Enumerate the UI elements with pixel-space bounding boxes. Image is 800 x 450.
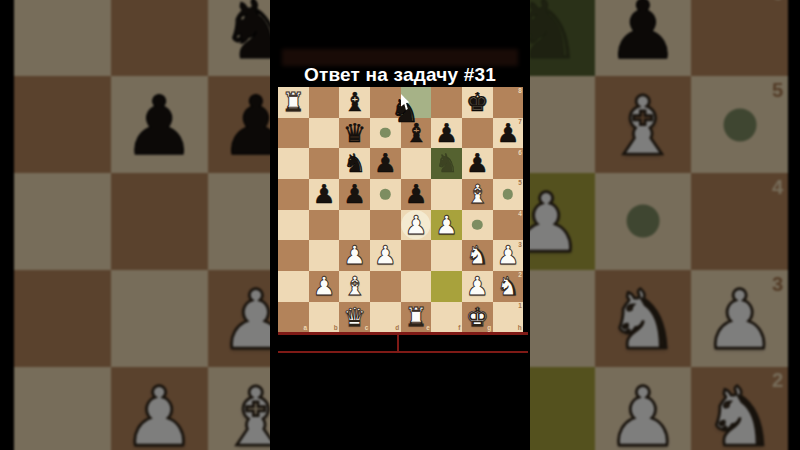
coord-rank-3: 3	[518, 242, 522, 248]
square-h6: 6	[691, 0, 788, 76]
coord-rank-4: 4	[518, 211, 522, 217]
white-pawn-f4[interactable]: ♟	[431, 210, 462, 241]
square-h5: 5	[691, 76, 788, 173]
coord-rank-4: 4	[772, 177, 783, 197]
black-pawn-g6: ♟	[595, 0, 692, 76]
coord-rank-5: 5	[518, 180, 522, 186]
coord-rank-3: 3	[772, 274, 783, 294]
square-g6: ♟	[595, 0, 692, 76]
square-h2[interactable]: ♞2	[493, 271, 524, 302]
white-pawn-d3[interactable]: ♟	[370, 240, 401, 271]
square-c5[interactable]: ♟	[339, 179, 370, 210]
square-b2: ♟	[111, 367, 208, 450]
square-a2[interactable]	[278, 271, 309, 302]
square-a7[interactable]	[278, 118, 309, 149]
coord-rank-1: 1	[518, 303, 522, 309]
move-dot-d7[interactable]	[380, 128, 390, 138]
square-c8[interactable]: ♝	[339, 87, 370, 118]
ghost-black-knight-f6[interactable]: ♞	[431, 148, 462, 179]
square-g5[interactable]: ♝	[462, 179, 493, 210]
black-king-g8[interactable]: ♚	[462, 87, 493, 118]
square-b4[interactable]	[309, 210, 340, 241]
square-d1[interactable]: d	[370, 302, 401, 333]
black-queen-c7[interactable]: ♛	[339, 118, 370, 149]
square-d3[interactable]: ♟	[370, 240, 401, 271]
square-a5	[14, 76, 111, 173]
square-f7[interactable]: ♟	[431, 118, 462, 149]
square-b3[interactable]	[309, 240, 340, 271]
coord-file-d: d	[395, 325, 399, 331]
square-c6[interactable]: ♞	[339, 148, 370, 179]
square-a4	[14, 173, 111, 270]
square-b7[interactable]	[309, 118, 340, 149]
black-pawn-d6[interactable]: ♟	[370, 148, 401, 179]
coord-rank-2: 2	[518, 272, 522, 278]
coord-file-e: e	[426, 325, 430, 331]
coord-rank-2: 2	[772, 370, 783, 390]
white-rook-a8[interactable]: ♜	[278, 87, 309, 118]
white-pawn-e4[interactable]: ♟	[401, 210, 432, 241]
square-h7[interactable]: ♟7	[493, 118, 524, 149]
square-h5[interactable]: 5	[493, 179, 524, 210]
square-a6[interactable]	[278, 148, 309, 179]
video-title: Ответ на задачу #31	[270, 64, 530, 86]
white-knight-g3[interactable]: ♞	[462, 240, 493, 271]
square-g1[interactable]: ♚g	[462, 302, 493, 333]
coord-rank-8: 8	[518, 88, 522, 94]
black-knight-c6[interactable]: ♞	[339, 148, 370, 179]
square-d4[interactable]	[370, 210, 401, 241]
black-bishop-c8[interactable]: ♝	[339, 87, 370, 118]
white-bishop-c2[interactable]: ♝	[339, 271, 370, 302]
move-dot-d5[interactable]	[380, 189, 390, 199]
black-pawn-c5[interactable]: ♟	[339, 179, 370, 210]
square-h4[interactable]: 4	[493, 210, 524, 241]
black-pawn-e5[interactable]: ♟	[401, 179, 432, 210]
black-pawn-b5[interactable]: ♟	[309, 179, 340, 210]
coord-rank-5: 5	[772, 80, 783, 100]
square-e4[interactable]: ♟	[401, 210, 432, 241]
square-h6[interactable]: 6	[493, 148, 524, 179]
white-knight-g3: ♞	[595, 270, 692, 367]
square-f2[interactable]	[431, 271, 462, 302]
white-pawn-b2: ♟	[111, 367, 208, 450]
square-c4[interactable]	[339, 210, 370, 241]
square-b3	[111, 270, 208, 367]
square-a6	[14, 0, 111, 76]
square-g2: ♟	[595, 367, 692, 450]
video-strip: Ответ на задачу #31 ♜♝♚8♛♝♟♟7♞♟♞♟6♟♟♟♝5♟…	[270, 0, 530, 450]
square-g2[interactable]: ♟	[462, 271, 493, 302]
square-g3: ♞	[595, 270, 692, 367]
coord-file-c: c	[365, 325, 369, 331]
square-f1[interactable]: f	[431, 302, 462, 333]
square-f6[interactable]: ♞	[431, 148, 462, 179]
black-pawn-g6[interactable]: ♟	[462, 148, 493, 179]
white-pawn-b2[interactable]: ♟	[309, 271, 340, 302]
square-b4	[111, 173, 208, 270]
square-c7[interactable]: ♛	[339, 118, 370, 149]
square-g3[interactable]: ♞	[462, 240, 493, 271]
red-divider-line-vertical	[397, 334, 399, 351]
square-f8[interactable]	[431, 87, 462, 118]
square-g4	[595, 173, 692, 270]
square-b1[interactable]: b	[309, 302, 340, 333]
square-b5: ♟	[111, 76, 208, 173]
coord-file-h: h	[518, 325, 522, 331]
video-frame: { "game": "chess", "position": "R1b3k1/2…	[0, 0, 800, 450]
square-b2[interactable]: ♟	[309, 271, 340, 302]
coord-rank-7: 7	[518, 119, 522, 125]
square-a4[interactable]	[278, 210, 309, 241]
square-h1[interactable]: 1h	[493, 302, 524, 333]
white-pawn-g2[interactable]: ♟	[462, 271, 493, 302]
coord-file-a: a	[304, 325, 308, 331]
square-b6[interactable]	[309, 148, 340, 179]
coord-file-f: f	[458, 325, 460, 331]
square-b8[interactable]	[309, 87, 340, 118]
square-a3[interactable]	[278, 240, 309, 271]
square-f5[interactable]	[431, 179, 462, 210]
red-divider-line-top	[278, 332, 528, 335]
square-g4[interactable]	[462, 210, 493, 241]
red-divider-line-bottom	[278, 351, 528, 353]
move-dot-g4[interactable]	[472, 220, 482, 230]
square-e2[interactable]	[401, 271, 432, 302]
square-h8[interactable]: 8	[493, 87, 524, 118]
square-e6[interactable]	[401, 148, 432, 179]
square-g8[interactable]: ♚	[462, 87, 493, 118]
square-a5[interactable]	[278, 179, 309, 210]
white-pawn-c3[interactable]: ♟	[339, 240, 370, 271]
square-d2[interactable]	[370, 271, 401, 302]
square-b5[interactable]: ♟	[309, 179, 340, 210]
square-d5[interactable]	[370, 179, 401, 210]
white-bishop-g5: ♝	[595, 76, 692, 173]
square-b6	[111, 0, 208, 76]
white-bishop-g5[interactable]: ♝	[462, 179, 493, 210]
coord-rank-6: 6	[772, 0, 783, 4]
coord-file-g: g	[487, 325, 491, 331]
coord-file-b: b	[334, 325, 338, 331]
square-g7[interactable]	[462, 118, 493, 149]
square-a1[interactable]: a	[278, 302, 309, 333]
black-pawn-b5: ♟	[111, 76, 208, 173]
square-d6[interactable]: ♟	[370, 148, 401, 179]
move-dot-g4	[626, 205, 659, 238]
square-g5: ♝	[595, 76, 692, 173]
square-h4: 4	[691, 173, 788, 270]
square-g6[interactable]: ♟	[462, 148, 493, 179]
square-e1[interactable]: ♜e	[401, 302, 432, 333]
coord-rank-6: 6	[518, 150, 522, 156]
square-a3	[14, 270, 111, 367]
square-c1[interactable]: ♛c	[339, 302, 370, 333]
square-e3[interactable]	[401, 240, 432, 271]
black-pawn-f7[interactable]: ♟	[431, 118, 462, 149]
square-c2[interactable]: ♝	[339, 271, 370, 302]
square-c3[interactable]: ♟	[339, 240, 370, 271]
square-a8[interactable]: ♜	[278, 87, 309, 118]
square-a2	[14, 367, 111, 450]
square-f4[interactable]: ♟	[431, 210, 462, 241]
square-h3[interactable]: ♟3	[493, 240, 524, 271]
square-e5[interactable]: ♟	[401, 179, 432, 210]
square-f3[interactable]	[431, 240, 462, 271]
move-dot-h5	[723, 108, 756, 141]
move-dot-h5[interactable]	[503, 189, 513, 199]
white-pawn-g2: ♟	[595, 367, 692, 450]
square-h2: ♞2	[691, 367, 788, 450]
square-h3: ♟3	[691, 270, 788, 367]
